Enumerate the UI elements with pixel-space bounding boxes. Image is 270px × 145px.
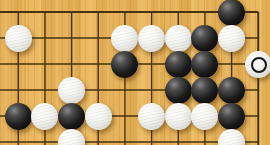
white-stone[interactable] — [31, 103, 58, 130]
go-board[interactable] — [0, 0, 270, 145]
white-stone[interactable] — [5, 25, 32, 52]
black-stone[interactable] — [218, 103, 245, 130]
black-stone[interactable] — [165, 51, 192, 78]
white-stone[interactable] — [138, 103, 165, 130]
white-stone[interactable] — [165, 103, 192, 130]
black-stone[interactable] — [218, 0, 245, 26]
white-stone[interactable] — [191, 103, 218, 130]
black-stone[interactable] — [5, 103, 32, 130]
black-stone[interactable] — [191, 51, 218, 78]
white-stone[interactable] — [218, 25, 245, 52]
white-stone[interactable] — [165, 25, 192, 52]
white-stone[interactable] — [85, 103, 112, 130]
black-stone[interactable] — [165, 77, 192, 104]
black-stone[interactable] — [111, 51, 138, 78]
white-stone[interactable] — [245, 51, 270, 78]
last-move-marker — [251, 57, 267, 73]
white-stone[interactable] — [138, 25, 165, 52]
white-stone[interactable] — [58, 77, 85, 104]
black-stone[interactable] — [218, 77, 245, 104]
black-stone[interactable] — [58, 103, 85, 130]
black-stone[interactable] — [191, 25, 218, 52]
black-stone[interactable] — [191, 77, 218, 104]
white-stone[interactable] — [111, 25, 138, 52]
